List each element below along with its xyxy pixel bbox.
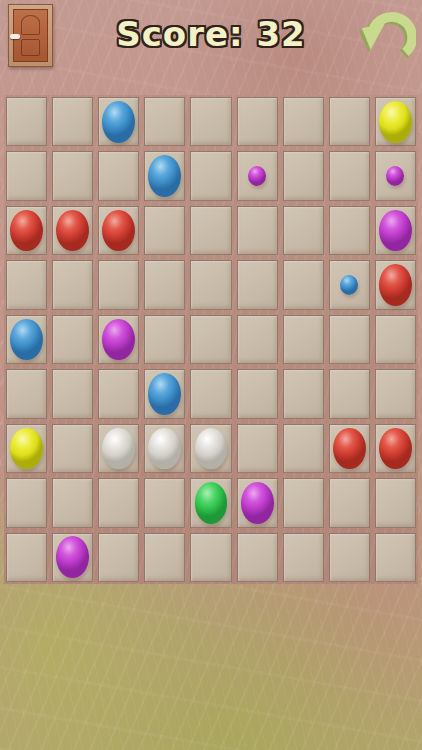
cell-r0-c5[interactable] [237,97,278,146]
cell-r6-c2[interactable] [98,424,139,473]
cell-r4-c6[interactable] [283,315,324,364]
cell-r8-c5[interactable] [237,533,278,582]
cell-r3-c3[interactable] [144,260,185,309]
cell-r8-c6[interactable] [283,533,324,582]
cell-r6-c8[interactable] [375,424,416,473]
cell-r5-c0[interactable] [6,369,47,418]
red-ball[interactable] [379,264,412,306]
cell-r4-c8[interactable] [375,315,416,364]
magenta-ball[interactable] [56,536,89,578]
cell-r0-c2[interactable] [98,97,139,146]
cell-r2-c0[interactable] [6,206,47,255]
cell-r1-c1[interactable] [52,151,93,200]
cell-r8-c1[interactable] [52,533,93,582]
cell-r2-c2[interactable] [98,206,139,255]
top-bar: Score: 32 [0,0,422,95]
white-ball[interactable] [148,428,181,470]
cell-r7-c4[interactable] [190,478,231,527]
cell-r1-c8[interactable] [375,151,416,200]
cell-r2-c1[interactable] [52,206,93,255]
cell-r8-c0[interactable] [6,533,47,582]
magenta-ball[interactable] [379,210,412,252]
cell-r3-c7[interactable] [329,260,370,309]
cell-r2-c8[interactable] [375,206,416,255]
cell-r6-c1[interactable] [52,424,93,473]
cell-r4-c4[interactable] [190,315,231,364]
cell-r1-c4[interactable] [190,151,231,200]
cell-r5-c3[interactable] [144,369,185,418]
cell-r5-c1[interactable] [52,369,93,418]
magenta-preview-ball [248,166,266,186]
magenta-ball[interactable] [102,319,135,361]
red-ball[interactable] [333,428,366,470]
board [4,95,418,584]
cell-r2-c3[interactable] [144,206,185,255]
green-ball[interactable] [195,482,228,524]
cell-r1-c3[interactable] [144,151,185,200]
red-ball[interactable] [102,210,135,252]
cell-r0-c6[interactable] [283,97,324,146]
white-ball[interactable] [102,428,135,470]
cell-r3-c2[interactable] [98,260,139,309]
cell-r2-c4[interactable] [190,206,231,255]
cell-r3-c5[interactable] [237,260,278,309]
cell-r5-c7[interactable] [329,369,370,418]
cell-r2-c5[interactable] [237,206,278,255]
cell-r5-c5[interactable] [237,369,278,418]
cell-r7-c5[interactable] [237,478,278,527]
cell-r8-c3[interactable] [144,533,185,582]
cell-r3-c8[interactable] [375,260,416,309]
magenta-ball[interactable] [241,482,274,524]
cell-r1-c7[interactable] [329,151,370,200]
cell-r0-c7[interactable] [329,97,370,146]
cell-r0-c8[interactable] [375,97,416,146]
cell-r6-c3[interactable] [144,424,185,473]
cell-r6-c4[interactable] [190,424,231,473]
cell-r5-c6[interactable] [283,369,324,418]
red-ball[interactable] [10,210,43,252]
cell-r7-c3[interactable] [144,478,185,527]
cell-r4-c0[interactable] [6,315,47,364]
cell-r4-c1[interactable] [52,315,93,364]
blue-ball[interactable] [148,373,181,415]
yellow-ball[interactable] [10,428,43,470]
cell-r1-c2[interactable] [98,151,139,200]
blue-ball[interactable] [10,319,43,361]
cell-r3-c6[interactable] [283,260,324,309]
cell-r1-c5[interactable] [237,151,278,200]
cell-r7-c0[interactable] [6,478,47,527]
cell-r4-c3[interactable] [144,315,185,364]
magenta-preview-ball [386,166,404,186]
white-ball[interactable] [195,428,228,470]
cell-r2-c7[interactable] [329,206,370,255]
cell-r6-c5[interactable] [237,424,278,473]
cell-r2-c6[interactable] [283,206,324,255]
blue-preview-ball [340,275,358,295]
red-ball[interactable] [379,428,412,470]
game-screen: Score: 32 [0,0,422,750]
cell-r1-c0[interactable] [6,151,47,200]
cell-r5-c4[interactable] [190,369,231,418]
cell-r4-c7[interactable] [329,315,370,364]
cell-r0-c1[interactable] [52,97,93,146]
cell-r3-c1[interactable] [52,260,93,309]
yellow-ball[interactable] [379,101,412,143]
cell-r6-c7[interactable] [329,424,370,473]
cell-r0-c4[interactable] [190,97,231,146]
cell-r5-c2[interactable] [98,369,139,418]
cell-r0-c0[interactable] [6,97,47,146]
cell-r8-c4[interactable] [190,533,231,582]
cell-r1-c6[interactable] [283,151,324,200]
cell-r4-c5[interactable] [237,315,278,364]
cell-r3-c4[interactable] [190,260,231,309]
undo-button[interactable] [358,5,416,63]
cell-r6-c6[interactable] [283,424,324,473]
cell-r7-c6[interactable] [283,478,324,527]
cell-r7-c8[interactable] [375,478,416,527]
cell-r8-c8[interactable] [375,533,416,582]
red-ball[interactable] [56,210,89,252]
cell-r7-c2[interactable] [98,478,139,527]
cell-r7-c1[interactable] [52,478,93,527]
blue-ball[interactable] [102,101,135,143]
blue-ball[interactable] [148,155,181,197]
cell-r6-c0[interactable] [6,424,47,473]
cell-r7-c7[interactable] [329,478,370,527]
cell-r0-c3[interactable] [144,97,185,146]
cell-r8-c2[interactable] [98,533,139,582]
undo-arrow-icon [358,5,416,63]
cell-r8-c7[interactable] [329,533,370,582]
cell-r5-c8[interactable] [375,369,416,418]
cell-r4-c2[interactable] [98,315,139,364]
cell-r3-c0[interactable] [6,260,47,309]
